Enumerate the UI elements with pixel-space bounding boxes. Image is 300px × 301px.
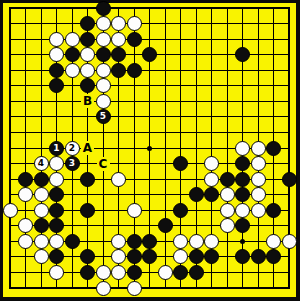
black-stone[interactable] [142, 234, 157, 249]
black-stone[interactable] [80, 16, 95, 31]
black-stone[interactable] [65, 47, 80, 62]
white-stone[interactable] [65, 63, 80, 78]
black-stone[interactable] [158, 218, 173, 233]
white-stone[interactable] [49, 172, 64, 187]
black-stone[interactable] [96, 47, 111, 62]
white-stone[interactable] [111, 265, 126, 280]
white-stone[interactable] [49, 32, 64, 47]
white-stone[interactable] [251, 172, 266, 187]
white-stone[interactable] [34, 234, 49, 249]
star-point [240, 239, 245, 244]
white-stone[interactable] [220, 203, 235, 218]
white-stone[interactable] [251, 187, 266, 202]
black-stone[interactable] [34, 172, 49, 187]
white-stone[interactable] [111, 32, 126, 47]
white-stone[interactable] [96, 265, 111, 280]
point-label-C[interactable]: C [97, 157, 110, 171]
black-stone[interactable]: 1 [49, 141, 64, 156]
white-stone[interactable] [80, 63, 95, 78]
black-stone[interactable] [80, 172, 95, 187]
black-stone[interactable] [127, 32, 142, 47]
white-stone[interactable] [49, 234, 64, 249]
white-stone[interactable] [34, 187, 49, 202]
black-stone[interactable] [266, 141, 281, 156]
black-stone[interactable] [235, 172, 250, 187]
white-stone[interactable] [266, 234, 281, 249]
black-stone[interactable] [266, 203, 281, 218]
white-stone[interactable] [96, 94, 111, 109]
white-stone[interactable] [204, 156, 219, 171]
black-stone[interactable] [127, 63, 142, 78]
black-stone[interactable] [65, 234, 80, 249]
black-stone[interactable] [220, 172, 235, 187]
white-stone[interactable] [127, 203, 142, 218]
move-number: 4 [38, 159, 44, 168]
white-stone[interactable] [96, 63, 111, 78]
move-number: 1 [53, 144, 59, 153]
black-stone[interactable] [282, 172, 297, 187]
black-stone[interactable] [96, 1, 111, 16]
white-stone[interactable] [220, 187, 235, 202]
point-label-B[interactable]: B [81, 94, 94, 108]
white-stone[interactable] [204, 172, 219, 187]
white-stone[interactable] [34, 249, 49, 264]
grid-vline [227, 7, 228, 289]
black-stone[interactable]: 3 [65, 156, 80, 171]
white-stone[interactable] [111, 234, 126, 249]
point-label-text: B [82, 94, 93, 108]
white-stone[interactable] [204, 234, 219, 249]
white-stone[interactable] [65, 32, 80, 47]
white-stone[interactable] [96, 16, 111, 31]
star-point [147, 146, 152, 151]
black-stone[interactable] [173, 265, 188, 280]
white-stone[interactable] [173, 234, 188, 249]
black-stone[interactable] [235, 156, 250, 171]
black-stone[interactable] [127, 234, 142, 249]
white-stone[interactable] [235, 203, 250, 218]
black-stone[interactable] [18, 172, 33, 187]
white-stone[interactable]: 2 [65, 141, 80, 156]
white-stone[interactable] [251, 203, 266, 218]
black-stone[interactable] [189, 265, 204, 280]
white-stone[interactable] [96, 281, 111, 296]
white-stone[interactable] [220, 218, 235, 233]
black-stone[interactable] [34, 218, 49, 233]
black-stone[interactable] [173, 203, 188, 218]
black-stone[interactable]: 5 [96, 109, 111, 124]
black-stone[interactable] [49, 63, 64, 78]
point-label-A[interactable]: A [81, 141, 94, 155]
black-stone[interactable] [189, 249, 204, 264]
black-stone[interactable] [127, 265, 142, 280]
white-stone[interactable]: 4 [34, 156, 49, 171]
black-stone[interactable] [189, 187, 204, 202]
black-stone[interactable] [49, 203, 64, 218]
white-stone[interactable] [3, 203, 18, 218]
white-stone[interactable] [96, 78, 111, 93]
white-stone[interactable] [251, 156, 266, 171]
black-stone[interactable] [173, 156, 188, 171]
white-stone[interactable] [158, 265, 173, 280]
point-label-text: C [98, 157, 109, 171]
black-stone[interactable] [111, 63, 126, 78]
white-stone[interactable] [49, 265, 64, 280]
point-label-text: A [82, 141, 93, 155]
white-stone[interactable] [96, 32, 111, 47]
white-stone[interactable] [235, 141, 250, 156]
white-stone[interactable] [127, 16, 142, 31]
grid-vline [165, 7, 166, 289]
go-diagram: 51243ABC [0, 0, 300, 301]
white-stone[interactable] [34, 203, 49, 218]
white-stone[interactable] [111, 172, 126, 187]
move-number: 3 [69, 159, 75, 168]
white-stone[interactable] [127, 281, 142, 296]
black-stone[interactable] [251, 249, 266, 264]
move-number: 5 [100, 112, 106, 121]
white-stone[interactable] [18, 234, 33, 249]
black-stone[interactable] [80, 203, 95, 218]
white-stone[interactable] [49, 156, 64, 171]
white-stone[interactable] [189, 234, 204, 249]
black-stone[interactable] [127, 249, 142, 264]
black-stone[interactable] [80, 265, 95, 280]
white-stone[interactable] [251, 141, 266, 156]
move-number: 2 [69, 144, 75, 153]
white-stone[interactable] [111, 16, 126, 31]
grid-hline [9, 287, 290, 289]
black-stone[interactable] [80, 32, 95, 47]
white-stone[interactable] [282, 234, 297, 249]
